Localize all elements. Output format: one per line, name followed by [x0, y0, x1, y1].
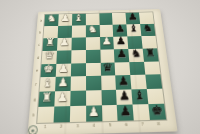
- rank-label-3: 3: [69, 123, 85, 130]
- piece-black-knight: ♞: [130, 48, 141, 59]
- square-h3: [70, 106, 86, 122]
- board: ♞♟♝♟♞♟♝♞♜♟♟♟♛♟♞♜♚♟♛♝♟♟♜♟♟♝♟♟♚: [37, 12, 166, 123]
- piece-white-pawn: ♟: [60, 14, 70, 23]
- piece-black-pawn: ♟: [118, 89, 130, 101]
- piece-black-bishop: ♝: [134, 89, 146, 101]
- file-label-f: f: [32, 78, 39, 93]
- square-h6: ♟: [117, 105, 134, 121]
- piece-white-knight: ♞: [46, 14, 56, 23]
- piece-white-pawn: ♟: [101, 36, 112, 46]
- file-label-h: h: [30, 107, 38, 123]
- square-h5: [101, 105, 118, 121]
- rank-label-7: 7: [134, 121, 151, 128]
- piece-black-pawn: ♟: [116, 48, 127, 59]
- square-a5: [99, 13, 113, 25]
- square-f3: [70, 76, 85, 91]
- square-e8: [144, 61, 160, 75]
- square-d6: ♟: [114, 49, 129, 62]
- square-g7: ♝: [132, 89, 149, 104]
- rank-label-8: 8: [150, 121, 167, 128]
- piece-white-king: ♚: [43, 63, 54, 74]
- piece-white-pawn: ♟: [88, 105, 100, 118]
- piece-white-queen: ♛: [44, 50, 55, 61]
- piece-black-rook: ♜: [145, 48, 157, 59]
- chess-mat: ♞♟♝♟♞♟♝♞♜♟♟♟♛♟♞♜♚♟♛♝♟♟♜♟♟♝♟♟♚ abcdefgh 1…: [27, 9, 177, 134]
- piece-white-knight: ♞: [87, 24, 97, 34]
- photo-background: ♞♟♝♟♞♟♝♞♜♟♟♟♛♟♞♜♚♟♛♝♟♟♜♟♟♝♟♟♚ abcdefgh 1…: [0, 0, 200, 134]
- square-c5: ♟: [100, 37, 115, 50]
- piece-black-knight: ♞: [142, 23, 153, 33]
- square-h2: [53, 106, 70, 122]
- square-h8: ♚: [148, 104, 166, 120]
- square-b8: ♞: [140, 24, 155, 36]
- square-d4: [86, 49, 101, 62]
- square-a3: ♝: [72, 14, 86, 26]
- square-d7: ♞: [128, 48, 144, 61]
- square-b3: [72, 25, 86, 37]
- square-g3: [70, 91, 86, 106]
- piece-black-pawn: ♟: [119, 104, 131, 117]
- square-a2: ♟: [58, 14, 72, 26]
- square-g5: [101, 90, 117, 105]
- piece-white-pawn: ♟: [57, 76, 68, 88]
- square-e3: [71, 63, 86, 77]
- piece-white-pawn: ♟: [57, 91, 69, 103]
- rank-label-2: 2: [53, 123, 70, 130]
- square-d3: [71, 50, 86, 63]
- square-f4: [86, 76, 101, 91]
- file-label-c: c: [36, 38, 43, 51]
- square-e4: [86, 62, 101, 76]
- piece-white-pawn: ♟: [58, 63, 69, 74]
- rank-label-1: 1: [37, 124, 54, 131]
- rank-label-6: 6: [118, 121, 135, 128]
- piece-white-rook: ♜: [45, 37, 56, 47]
- square-h1: [37, 107, 54, 123]
- square-g2: ♟: [54, 91, 70, 106]
- rank-label-4: 4: [86, 122, 102, 129]
- square-d8: ♜: [143, 48, 159, 61]
- file-label-g: g: [31, 92, 38, 107]
- square-f5: [101, 76, 117, 91]
- square-c3: [71, 37, 85, 50]
- file-label-d: d: [35, 51, 42, 64]
- piece-white-rook: ♜: [41, 91, 53, 103]
- piece-black-pawn: ♟: [128, 12, 139, 21]
- piece-white-pawn: ♟: [59, 37, 70, 47]
- rank-label-5: 5: [102, 122, 118, 129]
- file-label-e: e: [33, 64, 40, 78]
- piece-black-pawn: ♟: [115, 36, 126, 46]
- square-b7: ♝: [127, 24, 142, 36]
- file-label-a: a: [38, 15, 44, 27]
- piece-black-pawn: ♟: [118, 75, 130, 87]
- board-logo: ◉: [27, 125, 38, 134]
- square-a1: ♞: [44, 14, 58, 26]
- piece-black-queen: ♛: [102, 62, 113, 73]
- square-f8: [145, 75, 162, 90]
- square-g1: ♜: [38, 92, 55, 107]
- square-b4: ♞: [86, 25, 100, 37]
- square-c2: ♟: [57, 37, 72, 50]
- square-e5: ♛: [100, 62, 115, 76]
- square-h7: [133, 104, 150, 120]
- piece-white-bishop: ♝: [42, 77, 54, 89]
- square-h4: ♟: [86, 105, 102, 121]
- square-e7: [129, 61, 145, 75]
- square-c4: [86, 37, 100, 50]
- piece-black-pawn: ♟: [115, 24, 126, 34]
- piece-black-bishop: ♝: [128, 24, 139, 34]
- piece-white-bishop: ♝: [74, 13, 84, 22]
- file-label-b: b: [37, 26, 44, 38]
- piece-black-king: ♚: [151, 103, 164, 116]
